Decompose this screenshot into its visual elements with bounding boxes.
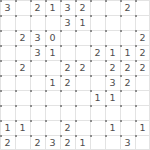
cell-r0-c5[interactable]: 2 — [75, 0, 90, 15]
cell-r1-c1[interactable] — [15, 15, 30, 30]
cell-r6-c0[interactable] — [0, 90, 15, 105]
cell-r8-c0[interactable]: 1 — [0, 120, 15, 135]
cell-r7-c8[interactable] — [120, 105, 135, 120]
cell-r9-c3[interactable]: 3 — [45, 135, 60, 150]
cell-r7-c1[interactable] — [15, 105, 30, 120]
cell-r4-c7[interactable]: 2 — [105, 60, 120, 75]
cell-r2-c5[interactable] — [75, 30, 90, 45]
cell-r7-c3[interactable] — [45, 105, 60, 120]
cell-r0-c6[interactable] — [90, 0, 105, 15]
cell-r8-c5[interactable] — [75, 120, 90, 135]
cell-r8-c4[interactable]: 2 — [60, 120, 75, 135]
cell-r9-c9[interactable] — [135, 135, 150, 150]
cell-r2-c9[interactable]: 2 — [135, 30, 150, 45]
cell-r7-c0[interactable] — [0, 105, 15, 120]
cell-r9-c2[interactable]: 2 — [30, 135, 45, 150]
cell-r8-c7[interactable]: 1 — [105, 120, 120, 135]
cell-r0-c4[interactable]: 3 — [60, 0, 75, 15]
cell-r4-c5[interactable]: 2 — [75, 60, 90, 75]
cell-r9-c8[interactable]: 3 — [120, 135, 135, 150]
cell-r7-c2[interactable] — [30, 105, 45, 120]
cell-r0-c7[interactable] — [105, 0, 120, 15]
cell-r0-c2[interactable]: 2 — [30, 0, 45, 15]
cell-r5-c1[interactable] — [15, 75, 30, 90]
cell-r1-c5[interactable]: 1 — [75, 15, 90, 30]
cell-r9-c1[interactable] — [15, 135, 30, 150]
cell-r0-c3[interactable]: 1 — [45, 0, 60, 15]
cell-r7-c7[interactable] — [105, 105, 120, 120]
cell-r6-c5[interactable] — [75, 90, 90, 105]
cell-r3-c4[interactable] — [60, 45, 75, 60]
cell-r2-c7[interactable] — [105, 30, 120, 45]
cell-r5-c5[interactable] — [75, 75, 90, 90]
cell-r4-c6[interactable] — [90, 60, 105, 75]
cell-r7-c9[interactable] — [135, 105, 150, 120]
cell-r3-c6[interactable]: 2 — [90, 45, 105, 60]
cell-r2-c1[interactable]: 2 — [15, 30, 30, 45]
cell-r4-c3[interactable] — [45, 60, 60, 75]
cell-r8-c6[interactable] — [90, 120, 105, 135]
cell-r6-c6[interactable]: 1 — [90, 90, 105, 105]
cell-r0-c1[interactable] — [15, 0, 30, 15]
cell-r6-c1[interactable] — [15, 90, 30, 105]
cell-r1-c8[interactable] — [120, 15, 135, 30]
cell-r6-c7[interactable]: 1 — [105, 90, 120, 105]
cell-r3-c5[interactable] — [75, 45, 90, 60]
cell-r4-c2[interactable] — [30, 60, 45, 75]
cell-r5-c7[interactable]: 3 — [105, 75, 120, 90]
cell-r5-c4[interactable]: 2 — [60, 75, 75, 90]
cell-r0-c9[interactable] — [135, 0, 150, 15]
cell-r3-c9[interactable]: 2 — [135, 45, 150, 60]
cell-r4-c1[interactable]: 2 — [15, 60, 30, 75]
cell-r8-c9[interactable]: 1 — [135, 120, 150, 135]
cell-r2-c8[interactable] — [120, 30, 135, 45]
cell-r5-c3[interactable]: 1 — [45, 75, 60, 90]
cell-r1-c7[interactable] — [105, 15, 120, 30]
cell-r8-c1[interactable]: 1 — [15, 120, 30, 135]
cell-r1-c9[interactable] — [135, 15, 150, 30]
cell-r4-c4[interactable]: 2 — [60, 60, 75, 75]
cell-r1-c0[interactable] — [0, 15, 15, 30]
cell-r2-c4[interactable] — [60, 30, 75, 45]
cell-r4-c0[interactable] — [0, 60, 15, 75]
cell-r4-c9[interactable]: 2 — [135, 60, 150, 75]
cell-r3-c8[interactable]: 1 — [120, 45, 135, 60]
cell-r7-c4[interactable] — [60, 105, 75, 120]
cell-r2-c2[interactable]: 3 — [30, 30, 45, 45]
cell-r5-c9[interactable] — [135, 75, 150, 90]
cell-r0-c8[interactable]: 2 — [120, 0, 135, 15]
cell-r9-c4[interactable]: 2 — [60, 135, 75, 150]
cell-r2-c3[interactable]: 0 — [45, 30, 60, 45]
cell-r6-c4[interactable] — [60, 90, 75, 105]
cell-r5-c6[interactable] — [90, 75, 105, 90]
cell-r8-c8[interactable] — [120, 120, 135, 135]
cell-r9-c6[interactable] — [90, 135, 105, 150]
cell-r7-c6[interactable] — [90, 105, 105, 120]
cell-r1-c2[interactable] — [30, 15, 45, 30]
cell-r3-c1[interactable] — [15, 45, 30, 60]
cell-r0-c0[interactable]: 3 — [0, 0, 15, 15]
cell-r3-c3[interactable]: 1 — [45, 45, 60, 60]
cell-r8-c2[interactable] — [30, 120, 45, 135]
cell-r6-c2[interactable] — [30, 90, 45, 105]
cell-r8-c3[interactable] — [45, 120, 60, 135]
cell-r5-c0[interactable] — [0, 75, 15, 90]
slitherlink-board: 3213223123023121122222221232111121122321… — [0, 0, 150, 150]
cell-r6-c8[interactable] — [120, 90, 135, 105]
cell-r1-c6[interactable] — [90, 15, 105, 30]
cell-r1-c3[interactable] — [45, 15, 60, 30]
cell-r4-c8[interactable]: 2 — [120, 60, 135, 75]
cell-r6-c9[interactable] — [135, 90, 150, 105]
cell-r2-c6[interactable] — [90, 30, 105, 45]
cell-r3-c2[interactable]: 3 — [30, 45, 45, 60]
cell-r9-c7[interactable] — [105, 135, 120, 150]
cell-r3-c7[interactable]: 1 — [105, 45, 120, 60]
cell-r5-c2[interactable] — [30, 75, 45, 90]
cell-r5-c8[interactable]: 2 — [120, 75, 135, 90]
cell-r3-c0[interactable] — [0, 45, 15, 60]
cell-r9-c0[interactable]: 2 — [0, 135, 15, 150]
cell-r9-c5[interactable]: 1 — [75, 135, 90, 150]
cell-r1-c4[interactable]: 3 — [60, 15, 75, 30]
cell-r6-c3[interactable] — [45, 90, 60, 105]
cell-r2-c0[interactable] — [0, 30, 15, 45]
cell-r7-c5[interactable] — [75, 105, 90, 120]
